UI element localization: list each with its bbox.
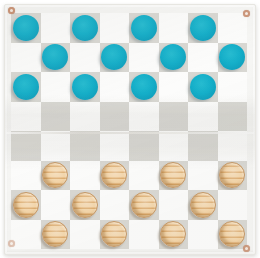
square-g1[interactable] [188,220,218,250]
square-f7[interactable] [159,43,189,73]
square-f4[interactable] [159,131,189,161]
square-c1[interactable] [70,220,100,250]
square-h5[interactable] [218,102,248,132]
square-f8[interactable] [159,13,189,43]
square-e4[interactable] [129,131,159,161]
square-h3[interactable] [218,161,248,191]
square-d6[interactable] [100,72,130,102]
piece-teal[interactable] [190,15,216,41]
square-h2[interactable] [218,190,248,220]
square-g3[interactable] [188,161,218,191]
square-d2[interactable] [100,190,130,220]
square-b6[interactable] [41,72,71,102]
piece-wood[interactable] [101,162,127,188]
piece-wood[interactable] [160,162,186,188]
square-c2[interactable] [70,190,100,220]
square-h7[interactable] [218,43,248,73]
square-e8[interactable] [129,13,159,43]
piece-teal[interactable] [13,74,39,100]
square-g2[interactable] [188,190,218,220]
square-c7[interactable] [70,43,100,73]
checkers-scene [0,0,260,258]
square-d7[interactable] [100,43,130,73]
corner-grommet-top-right [243,10,250,17]
corner-grommet-top-left [8,7,15,14]
piece-teal[interactable] [42,44,68,70]
square-c8[interactable] [70,13,100,43]
square-h8[interactable] [218,13,248,43]
square-c6[interactable] [70,72,100,102]
piece-teal[interactable] [13,15,39,41]
square-d5[interactable] [100,102,130,132]
square-h6[interactable] [218,72,248,102]
square-c3[interactable] [70,161,100,191]
square-f5[interactable] [159,102,189,132]
square-f3[interactable] [159,161,189,191]
square-b7[interactable] [41,43,71,73]
square-d3[interactable] [100,161,130,191]
piece-wood[interactable] [219,162,245,188]
piece-teal[interactable] [101,44,127,70]
piece-teal[interactable] [160,44,186,70]
piece-wood[interactable] [160,221,186,247]
piece-teal[interactable] [131,15,157,41]
square-e5[interactable] [129,102,159,132]
piece-wood[interactable] [131,192,157,218]
square-b1[interactable] [41,220,71,250]
board-grid [11,13,247,249]
square-f1[interactable] [159,220,189,250]
corner-grommet-bottom-left [8,240,15,247]
piece-wood[interactable] [101,221,127,247]
piece-wood[interactable] [72,192,98,218]
checkers-mat [4,4,256,255]
piece-teal[interactable] [72,15,98,41]
piece-teal[interactable] [190,74,216,100]
square-b4[interactable] [41,131,71,161]
square-a5[interactable] [11,102,41,132]
square-c4[interactable] [70,131,100,161]
square-b3[interactable] [41,161,71,191]
square-d1[interactable] [100,220,130,250]
square-e1[interactable] [129,220,159,250]
square-g5[interactable] [188,102,218,132]
square-a6[interactable] [11,72,41,102]
square-g4[interactable] [188,131,218,161]
square-a4[interactable] [11,131,41,161]
square-d4[interactable] [100,131,130,161]
square-e2[interactable] [129,190,159,220]
square-e3[interactable] [129,161,159,191]
corner-grommet-bottom-right [243,245,250,252]
square-b8[interactable] [41,13,71,43]
piece-wood[interactable] [190,192,216,218]
square-e7[interactable] [129,43,159,73]
square-a8[interactable] [11,13,41,43]
square-b5[interactable] [41,102,71,132]
piece-wood[interactable] [219,221,245,247]
piece-wood[interactable] [13,192,39,218]
square-b2[interactable] [41,190,71,220]
square-d8[interactable] [100,13,130,43]
square-g8[interactable] [188,13,218,43]
piece-wood[interactable] [42,221,68,247]
square-h1[interactable] [218,220,248,250]
square-f2[interactable] [159,190,189,220]
square-e6[interactable] [129,72,159,102]
square-c5[interactable] [70,102,100,132]
square-g6[interactable] [188,72,218,102]
square-a7[interactable] [11,43,41,73]
piece-teal[interactable] [219,44,245,70]
piece-teal[interactable] [72,74,98,100]
square-h4[interactable] [218,131,248,161]
square-a1[interactable] [11,220,41,250]
square-a2[interactable] [11,190,41,220]
square-g7[interactable] [188,43,218,73]
square-a3[interactable] [11,161,41,191]
piece-teal[interactable] [131,74,157,100]
square-f6[interactable] [159,72,189,102]
piece-wood[interactable] [42,162,68,188]
